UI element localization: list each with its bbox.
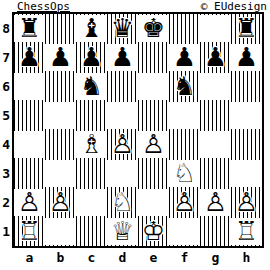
chess-board[interactable]: ♜♝♛♚♜♟♟♟♟♟♟♟♞♞♝♗♟♙♟♙♞♘♟♙♟♙♞♘♟♙♟♙♟♙♜♖♛♕♚♔… bbox=[12, 12, 264, 248]
black-pawn-icon: ♟ bbox=[200, 43, 231, 72]
white-queen-icon: ♛♕ bbox=[107, 217, 138, 246]
square-f4[interactable] bbox=[169, 130, 200, 159]
square-d1[interactable]: ♛♕ bbox=[107, 217, 138, 246]
square-f3[interactable]: ♞♘ bbox=[169, 159, 200, 188]
square-e1[interactable]: ♚♔ bbox=[138, 217, 169, 246]
file-label-e: e bbox=[138, 250, 169, 266]
white-pawn-icon: ♟♙ bbox=[231, 188, 262, 217]
square-g7[interactable]: ♟ bbox=[200, 43, 231, 72]
square-b1[interactable] bbox=[45, 217, 76, 246]
chess-diagram: ChessOps © EUdesign 87654321 ♜♝♛♚♜♟♟♟♟♟♟… bbox=[0, 0, 270, 270]
rank-label-3: 3 bbox=[0, 159, 10, 188]
square-f6[interactable]: ♞ bbox=[169, 72, 200, 101]
file-labels: abcdefgh bbox=[14, 250, 262, 266]
square-g8[interactable] bbox=[200, 14, 231, 43]
black-rook-icon: ♜ bbox=[231, 14, 262, 43]
rank-label-8: 8 bbox=[0, 14, 10, 43]
rank-label-2: 2 bbox=[0, 188, 10, 217]
square-c1[interactable] bbox=[76, 217, 107, 246]
file-label-c: c bbox=[76, 250, 107, 266]
square-b5[interactable] bbox=[45, 101, 76, 130]
square-f1[interactable] bbox=[169, 217, 200, 246]
square-c3[interactable] bbox=[76, 159, 107, 188]
rank-label-5: 5 bbox=[0, 101, 10, 130]
square-b4[interactable] bbox=[45, 130, 76, 159]
white-bishop-icon: ♝♗ bbox=[76, 130, 107, 159]
rank-label-6: 6 bbox=[0, 72, 10, 101]
square-a5[interactable] bbox=[14, 101, 45, 130]
file-label-a: a bbox=[14, 250, 45, 266]
black-pawn-icon: ♟ bbox=[231, 43, 262, 72]
rank-label-7: 7 bbox=[0, 43, 10, 72]
white-pawn-icon: ♟♙ bbox=[14, 188, 45, 217]
square-b3[interactable] bbox=[45, 159, 76, 188]
square-f5[interactable] bbox=[169, 101, 200, 130]
square-h6[interactable] bbox=[231, 72, 262, 101]
square-d3[interactable] bbox=[107, 159, 138, 188]
black-rook-icon: ♜ bbox=[14, 14, 45, 43]
square-h5[interactable] bbox=[231, 101, 262, 130]
square-a8[interactable]: ♜ bbox=[14, 14, 45, 43]
square-c7[interactable]: ♟ bbox=[76, 43, 107, 72]
square-e8[interactable]: ♚ bbox=[138, 14, 169, 43]
square-e4[interactable]: ♟♙ bbox=[138, 130, 169, 159]
square-c4[interactable]: ♝♗ bbox=[76, 130, 107, 159]
black-pawn-icon: ♟ bbox=[107, 43, 138, 72]
square-g6[interactable] bbox=[200, 72, 231, 101]
square-e5[interactable] bbox=[138, 101, 169, 130]
black-pawn-icon: ♟ bbox=[45, 43, 76, 72]
rank-label-1: 1 bbox=[0, 217, 10, 246]
white-knight-icon: ♞♘ bbox=[169, 159, 200, 188]
white-knight-icon: ♞♘ bbox=[107, 188, 138, 217]
square-f2[interactable]: ♟♙ bbox=[169, 188, 200, 217]
white-pawn-icon: ♟♙ bbox=[107, 130, 138, 159]
file-label-d: d bbox=[107, 250, 138, 266]
rank-labels: 87654321 bbox=[0, 14, 10, 246]
white-pawn-icon: ♟♙ bbox=[169, 188, 200, 217]
file-label-g: g bbox=[200, 250, 231, 266]
square-e6[interactable] bbox=[138, 72, 169, 101]
white-king-icon: ♚♔ bbox=[138, 217, 169, 246]
square-g3[interactable] bbox=[200, 159, 231, 188]
square-h2[interactable]: ♟♙ bbox=[231, 188, 262, 217]
square-h8[interactable]: ♜ bbox=[231, 14, 262, 43]
file-label-h: h bbox=[231, 250, 262, 266]
square-g2[interactable]: ♟♙ bbox=[200, 188, 231, 217]
square-a3[interactable] bbox=[14, 159, 45, 188]
square-f7[interactable]: ♟ bbox=[169, 43, 200, 72]
square-d6[interactable] bbox=[107, 72, 138, 101]
square-a7[interactable]: ♟ bbox=[14, 43, 45, 72]
white-rook-icon: ♜♖ bbox=[231, 217, 262, 246]
square-c6[interactable]: ♞ bbox=[76, 72, 107, 101]
white-pawn-icon: ♟♙ bbox=[45, 188, 76, 217]
square-g5[interactable] bbox=[200, 101, 231, 130]
black-king-icon: ♚ bbox=[138, 14, 169, 43]
square-e3[interactable] bbox=[138, 159, 169, 188]
file-label-f: f bbox=[169, 250, 200, 266]
square-a6[interactable] bbox=[14, 72, 45, 101]
square-a4[interactable] bbox=[14, 130, 45, 159]
square-e2[interactable] bbox=[138, 188, 169, 217]
black-queen-icon: ♛ bbox=[107, 14, 138, 43]
rank-label-4: 4 bbox=[0, 130, 10, 159]
square-b8[interactable] bbox=[45, 14, 76, 43]
file-label-b: b bbox=[45, 250, 76, 266]
white-rook-icon: ♜♖ bbox=[14, 217, 45, 246]
black-knight-icon: ♞ bbox=[169, 72, 200, 101]
square-d8[interactable]: ♛ bbox=[107, 14, 138, 43]
black-knight-icon: ♞ bbox=[76, 72, 107, 101]
black-pawn-icon: ♟ bbox=[76, 43, 107, 72]
square-f8[interactable] bbox=[169, 14, 200, 43]
white-pawn-icon: ♟♙ bbox=[138, 130, 169, 159]
square-g4[interactable] bbox=[200, 130, 231, 159]
square-d4[interactable]: ♟♙ bbox=[107, 130, 138, 159]
white-pawn-icon: ♟♙ bbox=[200, 188, 231, 217]
square-h7[interactable]: ♟ bbox=[231, 43, 262, 72]
square-g1[interactable] bbox=[200, 217, 231, 246]
black-pawn-icon: ♟ bbox=[14, 43, 45, 72]
square-h1[interactable]: ♜♖ bbox=[231, 217, 262, 246]
square-b2[interactable]: ♟♙ bbox=[45, 188, 76, 217]
square-b7[interactable]: ♟ bbox=[45, 43, 76, 72]
square-h3[interactable] bbox=[231, 159, 262, 188]
black-pawn-icon: ♟ bbox=[169, 43, 200, 72]
square-d7[interactable]: ♟ bbox=[107, 43, 138, 72]
square-e7[interactable] bbox=[138, 43, 169, 72]
square-d5[interactable] bbox=[107, 101, 138, 130]
square-a2[interactable]: ♟♙ bbox=[14, 188, 45, 217]
black-bishop-icon: ♝ bbox=[76, 14, 107, 43]
square-c2[interactable] bbox=[76, 188, 107, 217]
square-d2[interactable]: ♞♘ bbox=[107, 188, 138, 217]
square-h4[interactable] bbox=[231, 130, 262, 159]
square-a1[interactable]: ♜♖ bbox=[14, 217, 45, 246]
square-c5[interactable] bbox=[76, 101, 107, 130]
square-b6[interactable] bbox=[45, 72, 76, 101]
square-c8[interactable]: ♝ bbox=[76, 14, 107, 43]
